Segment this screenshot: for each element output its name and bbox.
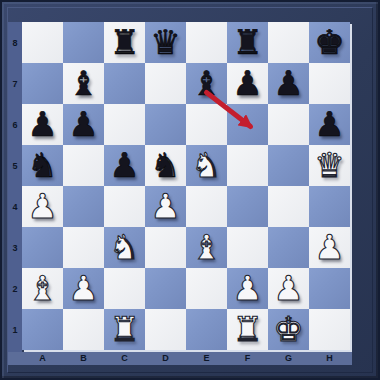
white-pawn[interactable]: ♟ [232,271,262,305]
square-e2[interactable] [186,268,227,309]
square-f4[interactable] [227,186,268,227]
square-a8[interactable] [22,22,63,63]
square-h4[interactable] [309,186,350,227]
square-d3[interactable] [145,227,186,268]
square-g6[interactable] [268,104,309,145]
white-pawn[interactable]: ♟ [68,271,98,305]
white-knight[interactable]: ♞ [191,148,221,182]
square-b8[interactable] [63,22,104,63]
square-f7[interactable]: ♟ [227,63,268,104]
square-a4[interactable]: ♟ [22,186,63,227]
white-bishop[interactable]: ♝ [27,271,57,305]
rank-label-2: 2 [8,268,22,309]
black-pawn[interactable]: ♟ [109,148,139,182]
white-pawn[interactable]: ♟ [314,230,344,264]
square-d8[interactable]: ♛ [145,22,186,63]
square-b5[interactable] [63,145,104,186]
white-pawn[interactable]: ♟ [150,189,180,223]
square-e5[interactable]: ♞ [186,145,227,186]
square-g8[interactable] [268,22,309,63]
square-c2[interactable] [104,268,145,309]
black-pawn[interactable]: ♟ [273,66,303,100]
black-queen[interactable]: ♛ [150,25,180,59]
square-d2[interactable] [145,268,186,309]
square-h5[interactable]: ♛ [309,145,350,186]
rank-label-4: 4 [8,186,22,227]
white-rook[interactable]: ♜ [109,312,139,346]
black-rook[interactable]: ♜ [232,25,262,59]
square-a5[interactable]: ♞ [22,145,63,186]
black-pawn[interactable]: ♟ [27,107,57,141]
white-rook[interactable]: ♜ [232,312,262,346]
rank-label-5: 5 [8,145,22,186]
square-c6[interactable] [104,104,145,145]
black-rook[interactable]: ♜ [109,25,139,59]
black-knight[interactable]: ♞ [150,148,180,182]
square-b7[interactable]: ♝ [63,63,104,104]
file-labels: ABCDEFGH [22,351,350,365]
file-label-e: E [186,351,227,365]
square-c5[interactable]: ♟ [104,145,145,186]
black-knight[interactable]: ♞ [27,148,57,182]
rank-label-8: 8 [8,22,22,63]
square-f1[interactable]: ♜ [227,309,268,350]
square-e6[interactable] [186,104,227,145]
square-a2[interactable]: ♝ [22,268,63,309]
square-b6[interactable]: ♟ [63,104,104,145]
square-g4[interactable] [268,186,309,227]
square-d4[interactable]: ♟ [145,186,186,227]
square-f8[interactable]: ♜ [227,22,268,63]
white-pawn[interactable]: ♟ [27,189,57,223]
square-f6[interactable] [227,104,268,145]
square-g1[interactable]: ♚ [268,309,309,350]
file-label-g: G [268,351,309,365]
black-bishop[interactable]: ♝ [68,66,98,100]
file-label-f: F [227,351,268,365]
square-d1[interactable] [145,309,186,350]
square-e4[interactable] [186,186,227,227]
file-label-d: D [145,351,186,365]
square-d6[interactable] [145,104,186,145]
square-h6[interactable]: ♟ [309,104,350,145]
square-a3[interactable] [22,227,63,268]
square-c3[interactable]: ♞ [104,227,145,268]
white-king[interactable]: ♚ [273,312,303,346]
square-c1[interactable]: ♜ [104,309,145,350]
rank-label-1: 1 [8,309,22,350]
black-king[interactable]: ♚ [314,25,344,59]
file-label-h: H [309,351,350,365]
square-g3[interactable] [268,227,309,268]
square-g5[interactable] [268,145,309,186]
square-h1[interactable] [309,309,350,350]
square-a7[interactable] [22,63,63,104]
rank-label-3: 3 [8,227,22,268]
square-b3[interactable] [63,227,104,268]
rank-labels: 87654321 [8,22,22,350]
square-a1[interactable] [22,309,63,350]
square-c8[interactable]: ♜ [104,22,145,63]
square-e3[interactable]: ♝ [186,227,227,268]
file-label-b: B [63,351,104,365]
file-label-a: A [22,351,63,365]
square-e1[interactable] [186,309,227,350]
square-h7[interactable] [309,63,350,104]
white-bishop[interactable]: ♝ [191,230,221,264]
square-h3[interactable]: ♟ [309,227,350,268]
rank-label-7: 7 [8,63,22,104]
black-bishop[interactable]: ♝ [191,66,221,100]
square-f5[interactable] [227,145,268,186]
square-a6[interactable]: ♟ [22,104,63,145]
black-pawn[interactable]: ♟ [232,66,262,100]
chess-board: ♜♛♜♚♝♝♟♟♟♟♟♞♟♞♞♛♟♟♞♝♟♝♟♟♟♜♜♚ [22,22,350,350]
black-pawn[interactable]: ♟ [314,107,344,141]
square-d7[interactable] [145,63,186,104]
white-knight[interactable]: ♞ [109,230,139,264]
square-f3[interactable] [227,227,268,268]
square-h8[interactable]: ♚ [309,22,350,63]
square-b1[interactable] [63,309,104,350]
square-b4[interactable] [63,186,104,227]
file-label-c: C [104,351,145,365]
board-frame: 87654321 ♜♛♜♚♝♝♟♟♟♟♟♞♟♞♞♛♟♟♞♝♟♝♟♟♟♜♜♚ AB… [0,0,380,380]
square-b2[interactable]: ♟ [63,268,104,309]
square-h2[interactable] [309,268,350,309]
white-queen[interactable]: ♛ [314,148,344,182]
square-f2[interactable]: ♟ [227,268,268,309]
square-e7[interactable]: ♝ [186,63,227,104]
square-g7[interactable]: ♟ [268,63,309,104]
square-e8[interactable] [186,22,227,63]
square-c4[interactable] [104,186,145,227]
square-d5[interactable]: ♞ [145,145,186,186]
white-pawn[interactable]: ♟ [273,271,303,305]
square-c7[interactable] [104,63,145,104]
black-pawn[interactable]: ♟ [68,107,98,141]
square-g2[interactable]: ♟ [268,268,309,309]
rank-label-6: 6 [8,104,22,145]
